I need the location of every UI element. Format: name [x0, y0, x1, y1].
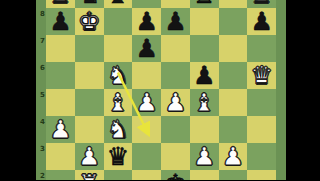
square-a5[interactable] — [46, 62, 75, 89]
square-c1[interactable] — [104, 170, 133, 180]
square-a4[interactable] — [46, 89, 75, 116]
rank-label-7: 7 — [38, 36, 48, 46]
square-a3[interactable]: ♟ — [46, 116, 75, 143]
square-f1[interactable] — [190, 170, 219, 180]
piece-black-K-e1[interactable]: ♚ — [161, 170, 190, 180]
square-g7[interactable] — [219, 8, 248, 35]
square-c8[interactable]: ♝ — [104, 0, 133, 8]
piece-black-P-a7[interactable]: ♟ — [46, 8, 75, 35]
square-b3[interactable] — [75, 116, 104, 143]
square-e1[interactable]: ♚ — [161, 170, 190, 180]
square-b5[interactable] — [75, 62, 104, 89]
piece-white-P-e4[interactable]: ♟ — [161, 89, 190, 116]
piece-black-P-d6[interactable]: ♟ — [132, 35, 161, 62]
piece-black-P-f5[interactable]: ♟ — [190, 62, 219, 89]
square-a2[interactable] — [46, 143, 75, 170]
piece-white-R-b1[interactable]: ♜ — [75, 170, 104, 180]
rank-label-8: 8 — [38, 9, 48, 19]
square-h3[interactable] — [247, 116, 276, 143]
square-a7[interactable]: ♟ — [46, 8, 75, 35]
square-g2[interactable]: ♟ — [219, 143, 248, 170]
rank-label-3: 3 — [38, 144, 48, 154]
piece-black-P-e7[interactable]: ♟ — [161, 8, 190, 35]
square-d3[interactable] — [132, 116, 161, 143]
square-h7[interactable]: ♟ — [247, 8, 276, 35]
piece-white-P-a3[interactable]: ♟ — [46, 116, 75, 143]
square-f4[interactable]: ♝ — [190, 89, 219, 116]
piece-white-Q-h5[interactable]: ♛ — [247, 62, 276, 89]
square-h2[interactable] — [247, 143, 276, 170]
piece-black-B-c8[interactable]: ♝ — [104, 0, 133, 8]
square-h4[interactable] — [247, 89, 276, 116]
piece-white-B-f4[interactable]: ♝ — [190, 89, 219, 116]
square-g1[interactable] — [219, 170, 248, 180]
square-c6[interactable] — [104, 35, 133, 62]
square-c7[interactable] — [104, 8, 133, 35]
piece-white-P-g2[interactable]: ♟ — [219, 143, 248, 170]
rank-label-6: 6 — [38, 63, 48, 73]
square-b7[interactable]: ♚ — [75, 8, 104, 35]
square-h6[interactable] — [247, 35, 276, 62]
square-g4[interactable] — [219, 89, 248, 116]
piece-white-P-b2[interactable]: ♟ — [75, 143, 104, 170]
square-h5[interactable]: ♛ — [247, 62, 276, 89]
piece-white-K-b7[interactable]: ♚ — [75, 8, 104, 35]
square-f6[interactable] — [190, 35, 219, 62]
square-d4[interactable]: ♟ — [132, 89, 161, 116]
piece-black-Q-c2[interactable]: ♛ — [104, 143, 133, 170]
square-c3[interactable]: ♞ — [104, 116, 133, 143]
rank-label-2: 2 — [38, 171, 48, 181]
square-f5[interactable]: ♟ — [190, 62, 219, 89]
piece-black-P-d7[interactable]: ♟ — [132, 8, 161, 35]
square-g8[interactable] — [219, 0, 248, 8]
piece-white-P-d4[interactable]: ♟ — [132, 89, 161, 116]
square-f8[interactable]: ♜ — [190, 0, 219, 8]
rank-label-5: 5 — [38, 90, 48, 100]
square-e5[interactable] — [161, 62, 190, 89]
board-border: ♜♞♝♜♜♟♚♟♟♟♟♞♟♛♝♟♟♝♟♞♟♛♟♟♜♚ 8877665544332… — [36, 0, 286, 180]
square-b4[interactable] — [75, 89, 104, 116]
chess-board[interactable]: ♜♞♝♜♜♟♚♟♟♟♟♞♟♛♝♟♟♝♟♞♟♛♟♟♜♚ — [46, 0, 276, 180]
square-a1[interactable] — [46, 170, 75, 180]
piece-white-N-c3[interactable]: ♞ — [104, 116, 133, 143]
piece-black-P-h7[interactable]: ♟ — [247, 8, 276, 35]
square-h1[interactable] — [247, 170, 276, 180]
piece-black-R-f8[interactable]: ♜ — [190, 0, 219, 8]
piece-white-B-c4[interactable]: ♝ — [104, 89, 133, 116]
square-c5[interactable]: ♞ — [104, 62, 133, 89]
square-a6[interactable] — [46, 35, 75, 62]
letterbox-left — [0, 0, 36, 180]
chess-app-frame: ♜♞♝♜♜♟♚♟♟♟♟♞♟♛♝♟♟♝♟♞♟♛♟♟♜♚ 8877665544332… — [0, 0, 320, 180]
piece-white-P-f2[interactable]: ♟ — [190, 143, 219, 170]
square-d5[interactable] — [132, 62, 161, 89]
square-e4[interactable]: ♟ — [161, 89, 190, 116]
square-f7[interactable] — [190, 8, 219, 35]
square-e6[interactable] — [161, 35, 190, 62]
square-g5[interactable] — [219, 62, 248, 89]
square-d1[interactable] — [132, 170, 161, 180]
square-e2[interactable] — [161, 143, 190, 170]
piece-white-N-c5[interactable]: ♞ — [104, 62, 133, 89]
square-c4[interactable]: ♝ — [104, 89, 133, 116]
square-d7[interactable]: ♟ — [132, 8, 161, 35]
square-b6[interactable] — [75, 35, 104, 62]
square-b2[interactable]: ♟ — [75, 143, 104, 170]
letterbox-right — [286, 0, 320, 180]
square-d6[interactable]: ♟ — [132, 35, 161, 62]
square-c2[interactable]: ♛ — [104, 143, 133, 170]
square-e3[interactable] — [161, 116, 190, 143]
square-e7[interactable]: ♟ — [161, 8, 190, 35]
square-g6[interactable] — [219, 35, 248, 62]
square-f3[interactable] — [190, 116, 219, 143]
square-d2[interactable] — [132, 143, 161, 170]
square-f2[interactable]: ♟ — [190, 143, 219, 170]
rank-label-4: 4 — [38, 117, 48, 127]
square-g3[interactable] — [219, 116, 248, 143]
square-b1[interactable]: ♜ — [75, 170, 104, 180]
